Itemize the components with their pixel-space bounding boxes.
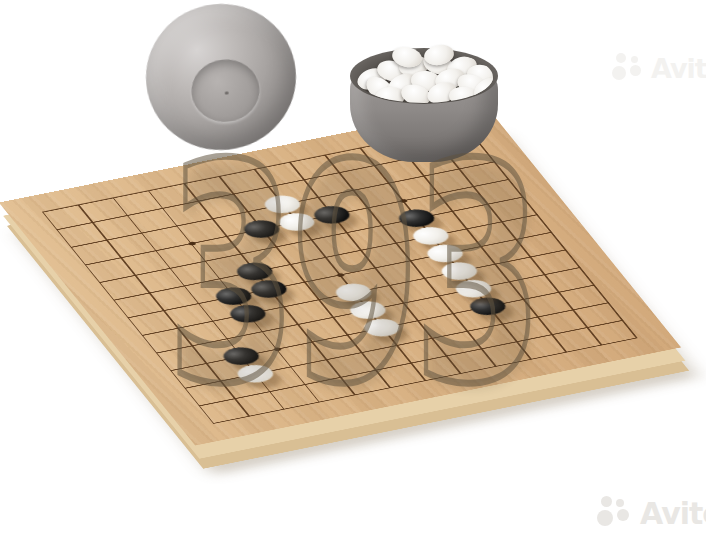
watermark-number: 393 (167, 126, 537, 426)
avito-watermark-bottom: Avito (597, 495, 706, 531)
avito-brand-text: Avito (651, 53, 706, 84)
avito-logo-icon (597, 495, 633, 531)
avito-logo-icon (612, 52, 644, 84)
product-photo-scene: 393 Avito Avito (0, 0, 706, 540)
avito-brand-text: Avito (640, 496, 706, 531)
avito-watermark-top: Avito (612, 52, 706, 84)
